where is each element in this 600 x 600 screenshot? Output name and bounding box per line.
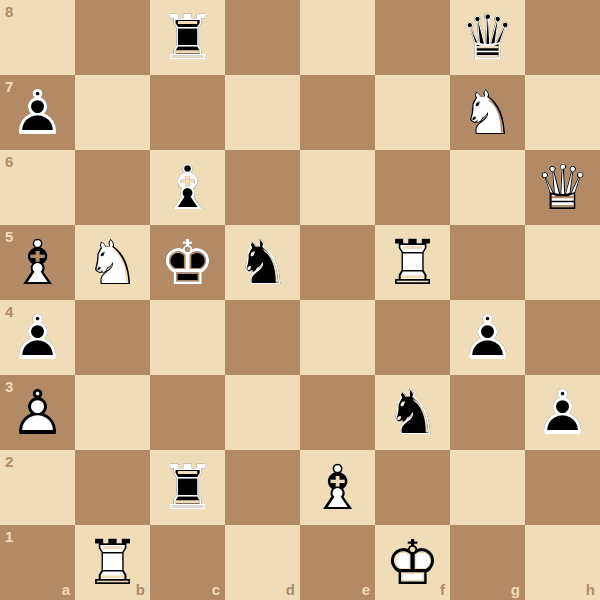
file-label-e: e bbox=[362, 582, 370, 597]
piece-black-pawn-a7[interactable]: ♟♙ bbox=[0, 75, 75, 150]
square-f2[interactable] bbox=[375, 450, 450, 525]
piece-white-knight-b5[interactable]: ♞♘ bbox=[75, 225, 150, 300]
piece-black-king-c5[interactable]: ♚♔ bbox=[150, 225, 225, 300]
piece-white-queen-h6[interactable]: ♛♕ bbox=[525, 150, 600, 225]
square-g3[interactable] bbox=[450, 375, 525, 450]
square-h8[interactable] bbox=[525, 0, 600, 75]
square-h2[interactable] bbox=[525, 450, 600, 525]
square-e7[interactable] bbox=[300, 75, 375, 150]
piece-black-knight-f3[interactable]: ♞♘ bbox=[375, 375, 450, 450]
black-pawn-outline-icon: ♙ bbox=[0, 300, 75, 375]
square-d8[interactable] bbox=[225, 0, 300, 75]
black-knight-outline-icon: ♘ bbox=[225, 225, 300, 300]
white-bishop-icon: ♝ bbox=[300, 450, 375, 525]
square-e5[interactable] bbox=[300, 225, 375, 300]
square-f3[interactable]: ♞♘ bbox=[375, 375, 450, 450]
file-label-d: d bbox=[286, 582, 295, 597]
white-queen-icon: ♛ bbox=[525, 150, 600, 225]
white-bishop-outline-icon: ♗ bbox=[0, 225, 75, 300]
square-e2[interactable]: ♝♗ bbox=[300, 450, 375, 525]
square-h1[interactable]: h bbox=[525, 525, 600, 600]
rank-label-2: 2 bbox=[5, 454, 13, 469]
square-b3[interactable] bbox=[75, 375, 150, 450]
square-c4[interactable] bbox=[150, 300, 225, 375]
white-knight-icon: ♞ bbox=[450, 75, 525, 150]
square-g4[interactable]: ♟♙ bbox=[450, 300, 525, 375]
square-b2[interactable] bbox=[75, 450, 150, 525]
square-d7[interactable] bbox=[225, 75, 300, 150]
square-d1[interactable]: d bbox=[225, 525, 300, 600]
square-e4[interactable] bbox=[300, 300, 375, 375]
piece-black-knight-d5[interactable]: ♞♘ bbox=[225, 225, 300, 300]
black-knight-icon: ♞ bbox=[375, 375, 450, 450]
piece-white-king-f1[interactable]: ♚♔ bbox=[375, 525, 450, 600]
piece-white-knight-g7[interactable]: ♞♘ bbox=[450, 75, 525, 150]
square-a6[interactable]: 6 bbox=[0, 150, 75, 225]
square-a4[interactable]: 4♟♙ bbox=[0, 300, 75, 375]
white-bishop-outline-icon: ♗ bbox=[300, 450, 375, 525]
white-pawn-outline-icon: ♙ bbox=[0, 375, 75, 450]
black-bishop-icon: ♝ bbox=[150, 150, 225, 225]
black-pawn-icon: ♟ bbox=[450, 300, 525, 375]
square-d2[interactable] bbox=[225, 450, 300, 525]
square-g7[interactable]: ♞♘ bbox=[450, 75, 525, 150]
rank-label-1: 1 bbox=[5, 529, 13, 544]
file-label-h: h bbox=[586, 582, 595, 597]
square-a3[interactable]: 3♟♙ bbox=[0, 375, 75, 450]
square-c7[interactable] bbox=[150, 75, 225, 150]
black-rook-icon: ♜ bbox=[150, 0, 225, 75]
white-knight-outline-icon: ♘ bbox=[75, 225, 150, 300]
square-d6[interactable] bbox=[225, 150, 300, 225]
square-e6[interactable] bbox=[300, 150, 375, 225]
square-g1[interactable]: g bbox=[450, 525, 525, 600]
piece-white-bishop-e2[interactable]: ♝♗ bbox=[300, 450, 375, 525]
white-rook-icon: ♜ bbox=[75, 525, 150, 600]
square-a2[interactable]: 2 bbox=[0, 450, 75, 525]
piece-white-pawn-a3[interactable]: ♟♙ bbox=[0, 375, 75, 450]
square-b1[interactable]: b♜♖ bbox=[75, 525, 150, 600]
square-d4[interactable] bbox=[225, 300, 300, 375]
piece-black-queen-g8[interactable]: ♛♕ bbox=[450, 0, 525, 75]
black-pawn-icon: ♟ bbox=[0, 300, 75, 375]
square-h5[interactable] bbox=[525, 225, 600, 300]
white-knight-outline-icon: ♘ bbox=[450, 75, 525, 150]
square-a1[interactable]: 1a bbox=[0, 525, 75, 600]
square-e3[interactable] bbox=[300, 375, 375, 450]
piece-black-bishop-c6[interactable]: ♝♗ bbox=[150, 150, 225, 225]
file-label-c: c bbox=[212, 582, 220, 597]
piece-white-rook-f5[interactable]: ♜♖ bbox=[375, 225, 450, 300]
black-knight-outline-icon: ♘ bbox=[375, 375, 450, 450]
file-label-g: g bbox=[511, 582, 520, 597]
black-queen-outline-icon: ♕ bbox=[450, 0, 525, 75]
square-h4[interactable] bbox=[525, 300, 600, 375]
square-a5[interactable]: 5♝♗ bbox=[0, 225, 75, 300]
black-rook-outline-icon: ♖ bbox=[150, 0, 225, 75]
piece-black-pawn-g4[interactable]: ♟♙ bbox=[450, 300, 525, 375]
square-h7[interactable] bbox=[525, 75, 600, 150]
square-c6[interactable]: ♝♗ bbox=[150, 150, 225, 225]
black-rook-outline-icon: ♖ bbox=[150, 450, 225, 525]
square-f5[interactable]: ♜♖ bbox=[375, 225, 450, 300]
square-e8[interactable] bbox=[300, 0, 375, 75]
square-f4[interactable] bbox=[375, 300, 450, 375]
square-h6[interactable]: ♛♕ bbox=[525, 150, 600, 225]
square-f7[interactable] bbox=[375, 75, 450, 150]
square-c5[interactable]: ♚♔ bbox=[150, 225, 225, 300]
square-c1[interactable]: c bbox=[150, 525, 225, 600]
square-c2[interactable]: ♜♖ bbox=[150, 450, 225, 525]
square-d5[interactable]: ♞♘ bbox=[225, 225, 300, 300]
square-a7[interactable]: 7♟♙ bbox=[0, 75, 75, 150]
square-b6[interactable] bbox=[75, 150, 150, 225]
piece-black-rook-c8[interactable]: ♜♖ bbox=[150, 0, 225, 75]
piece-black-rook-c2[interactable]: ♜♖ bbox=[150, 450, 225, 525]
square-f6[interactable] bbox=[375, 150, 450, 225]
square-a8[interactable]: 8 bbox=[0, 0, 75, 75]
black-rook-icon: ♜ bbox=[150, 450, 225, 525]
black-bishop-outline-icon: ♗ bbox=[150, 150, 225, 225]
square-c8[interactable]: ♜♖ bbox=[150, 0, 225, 75]
black-pawn-outline-icon: ♙ bbox=[450, 300, 525, 375]
white-rook-outline-icon: ♖ bbox=[75, 525, 150, 600]
piece-black-pawn-h3[interactable]: ♟♙ bbox=[525, 375, 600, 450]
black-queen-icon: ♛ bbox=[450, 0, 525, 75]
rank-label-6: 6 bbox=[5, 154, 13, 169]
square-b5[interactable]: ♞♘ bbox=[75, 225, 150, 300]
square-f1[interactable]: f♚♔ bbox=[375, 525, 450, 600]
piece-white-rook-b1[interactable]: ♜♖ bbox=[75, 525, 150, 600]
square-b8[interactable] bbox=[75, 0, 150, 75]
white-bishop-icon: ♝ bbox=[0, 225, 75, 300]
white-knight-icon: ♞ bbox=[75, 225, 150, 300]
black-pawn-outline-icon: ♙ bbox=[525, 375, 600, 450]
piece-black-pawn-a4[interactable]: ♟♙ bbox=[0, 300, 75, 375]
square-b4[interactable] bbox=[75, 300, 150, 375]
square-g8[interactable]: ♛♕ bbox=[450, 0, 525, 75]
white-queen-outline-icon: ♕ bbox=[525, 150, 600, 225]
rank-label-8: 8 bbox=[5, 4, 13, 19]
square-g5[interactable] bbox=[450, 225, 525, 300]
square-h3[interactable]: ♟♙ bbox=[525, 375, 600, 450]
black-knight-icon: ♞ bbox=[225, 225, 300, 300]
black-pawn-icon: ♟ bbox=[0, 75, 75, 150]
file-label-a: a bbox=[62, 582, 70, 597]
square-c3[interactable] bbox=[150, 375, 225, 450]
black-king-icon: ♚ bbox=[150, 225, 225, 300]
chess-board: 8♜♖♛♕7♟♙♞♘6♝♗♛♕5♝♗♞♘♚♔♞♘♜♖4♟♙♟♙3♟♙♞♘♟♙2♜… bbox=[0, 0, 600, 600]
black-pawn-icon: ♟ bbox=[525, 375, 600, 450]
square-f8[interactable] bbox=[375, 0, 450, 75]
square-d3[interactable] bbox=[225, 375, 300, 450]
square-g6[interactable] bbox=[450, 150, 525, 225]
square-b7[interactable] bbox=[75, 75, 150, 150]
square-e1[interactable]: e bbox=[300, 525, 375, 600]
white-pawn-icon: ♟ bbox=[0, 375, 75, 450]
white-king-icon: ♚ bbox=[375, 525, 450, 600]
white-rook-icon: ♜ bbox=[375, 225, 450, 300]
white-rook-outline-icon: ♖ bbox=[375, 225, 450, 300]
piece-white-bishop-a5[interactable]: ♝♗ bbox=[0, 225, 75, 300]
white-king-outline-icon: ♔ bbox=[375, 525, 450, 600]
black-king-outline-icon: ♔ bbox=[150, 225, 225, 300]
square-g2[interactable] bbox=[450, 450, 525, 525]
black-pawn-outline-icon: ♙ bbox=[0, 75, 75, 150]
